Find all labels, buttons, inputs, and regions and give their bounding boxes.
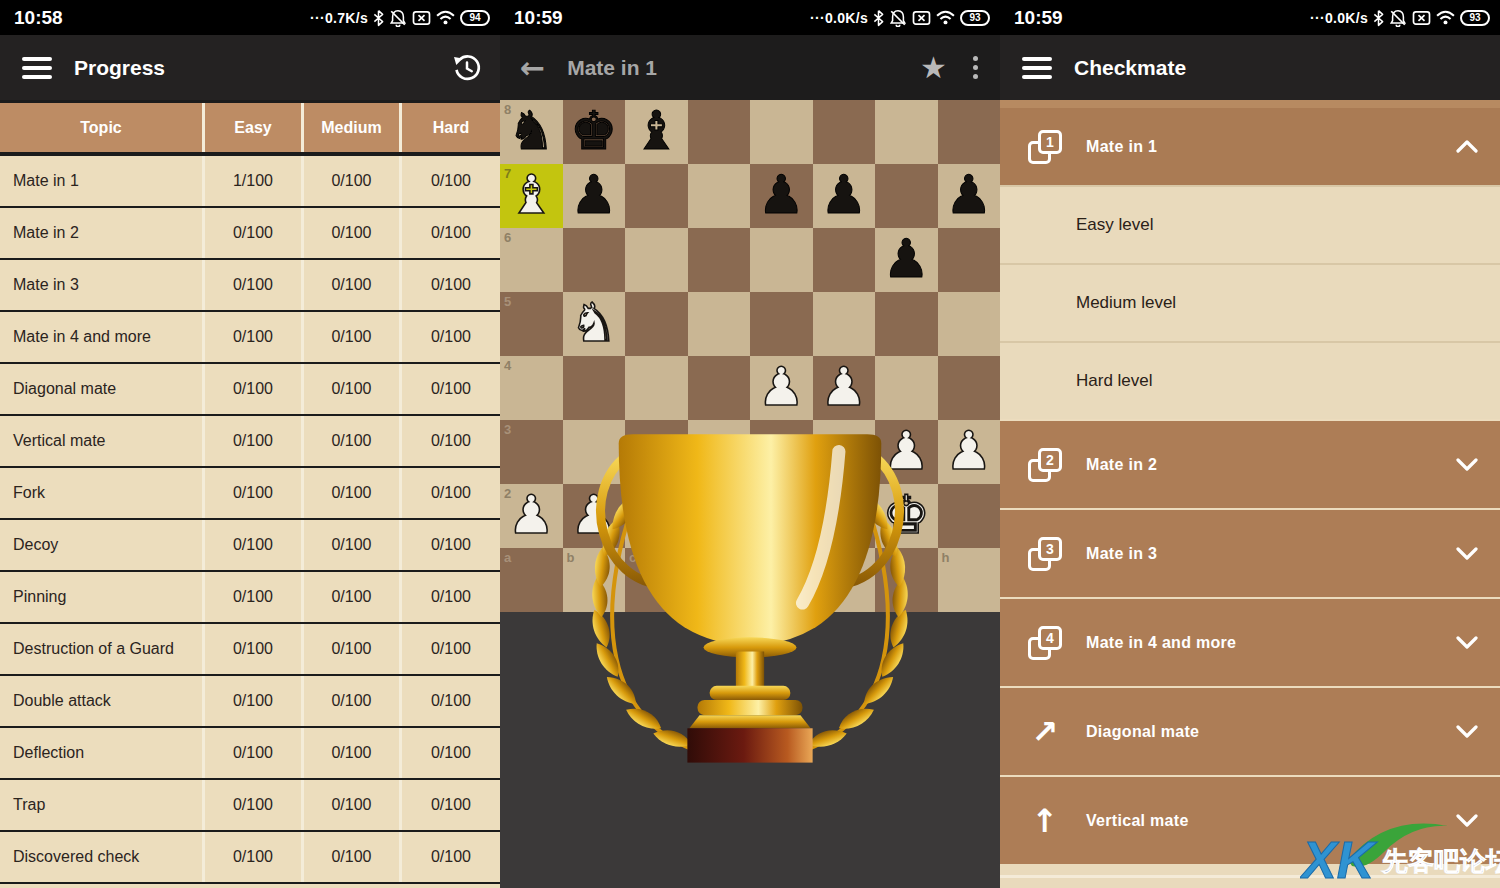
sim-missing-icon xyxy=(912,10,931,26)
square-e1[interactable]: e xyxy=(750,548,813,612)
chess-piece-b: ♝ xyxy=(625,100,688,164)
file-label: f xyxy=(817,550,821,565)
overflow-menu-icon[interactable] xyxy=(973,56,978,79)
rank-label: 5 xyxy=(504,294,511,309)
hard-cell: 0/100 xyxy=(402,416,500,466)
chess-piece-p: ♟ xyxy=(813,164,876,228)
hard-cell: 0/100 xyxy=(402,624,500,674)
square-f5[interactable] xyxy=(813,292,876,356)
easy-cell: 0/100 xyxy=(205,624,304,674)
chess-piece-P: ♟ xyxy=(750,356,813,420)
file-label: b xyxy=(567,550,575,565)
topic-cell: Destruction of a Guard xyxy=(0,624,205,674)
table-row[interactable]: Mate in 20/1000/1000/100 xyxy=(0,208,500,258)
pages-4-icon: 4 xyxy=(1028,626,1062,660)
medium-cell: 0/100 xyxy=(304,624,402,674)
net-speed-text: ···0.7K/s xyxy=(310,10,368,26)
easy-cell: 0/100 xyxy=(205,312,304,362)
square-g5[interactable] xyxy=(875,292,938,356)
square-d7[interactable] xyxy=(688,164,751,228)
menu-hamburger-icon[interactable] xyxy=(1022,57,1052,79)
medium-cell: 0/100 xyxy=(304,520,402,570)
topic-cell: Discovered check xyxy=(0,832,205,882)
topic-cell: Deflection xyxy=(0,728,205,778)
square-a6[interactable]: 6 xyxy=(500,228,563,292)
column-header: Medium xyxy=(304,103,402,152)
medium-cell: 0/100 xyxy=(304,468,402,518)
square-c2[interactable] xyxy=(625,484,688,548)
column-header: Hard xyxy=(402,103,500,152)
topic-cell: Diagonal mate xyxy=(0,364,205,414)
table-row-partial xyxy=(0,884,500,888)
easy-cell: 0/100 xyxy=(205,208,304,258)
battery-icon: 94 xyxy=(460,10,490,26)
chess-piece-P: ♟ xyxy=(875,420,938,484)
square-f4[interactable]: ♟ xyxy=(813,356,876,420)
menu-item-mate-in-3[interactable]: 3Mate in 3 xyxy=(1000,508,1500,597)
chevron-up-icon xyxy=(1456,140,1478,153)
column-header: Topic xyxy=(0,103,205,152)
status-bar: 10:59···0.0K/s 93 xyxy=(1000,0,1500,35)
wifi-icon xyxy=(1436,10,1455,25)
square-h3[interactable]: ♟ xyxy=(938,420,1001,484)
pages-1-icon: 1 xyxy=(1028,130,1062,164)
menu-item-mate-in-2[interactable]: 2Mate in 2 xyxy=(1000,419,1500,508)
arrow-up-right-icon: ↗ xyxy=(1028,715,1062,749)
medium-cell: 0/100 xyxy=(304,156,402,206)
chess-piece-p: ♟ xyxy=(750,164,813,228)
square-b3[interactable] xyxy=(563,420,626,484)
hard-cell: 0/100 xyxy=(402,364,500,414)
topic-cell: Vertical mate xyxy=(0,416,205,466)
square-b2[interactable]: ♟ xyxy=(563,484,626,548)
menu-bottom-strip xyxy=(1000,875,1500,888)
easy-cell: 0/100 xyxy=(205,832,304,882)
square-a7[interactable]: 7♝ xyxy=(500,164,563,228)
topic-cell: Decoy xyxy=(0,520,205,570)
chess-piece-p: ♟ xyxy=(938,164,1001,228)
square-g8[interactable] xyxy=(875,100,938,164)
square-d3[interactable] xyxy=(688,420,751,484)
square-c8[interactable]: ♝ xyxy=(625,100,688,164)
easy-cell: 0/100 xyxy=(205,572,304,622)
square-g1[interactable]: g xyxy=(875,548,938,612)
medium-cell: 0/100 xyxy=(304,416,402,466)
square-h6[interactable] xyxy=(938,228,1001,292)
panel-progress: 10:58···0.7K/s 94 Progress TopicEasyMedi… xyxy=(0,0,500,888)
table-row[interactable]: Vertical mate0/1000/1000/100 xyxy=(0,416,500,466)
hard-cell: 0/100 xyxy=(402,676,500,726)
battery-icon: 93 xyxy=(960,10,990,26)
appbar-progress: Progress xyxy=(0,35,500,100)
square-d8[interactable] xyxy=(688,100,751,164)
square-c1[interactable]: c xyxy=(625,548,688,612)
square-e3[interactable] xyxy=(750,420,813,484)
result-panel: Solved! Points: 3 BACK NEXT xyxy=(500,612,1000,888)
medium-cell: 0/100 xyxy=(304,572,402,622)
chess-piece-p: ♟ xyxy=(563,164,626,228)
hard-cell: 0/100 xyxy=(402,208,500,258)
table-row[interactable]: Mate in 30/1000/1000/100 xyxy=(0,260,500,310)
history-icon[interactable] xyxy=(452,53,482,83)
square-c4[interactable] xyxy=(625,356,688,420)
square-b4[interactable] xyxy=(563,356,626,420)
submenu-item-hard-level[interactable]: Hard level xyxy=(1000,341,1500,419)
table-row[interactable]: Mate in 4 and more0/1000/1000/100 xyxy=(0,312,500,362)
chess-piece-n: ♞ xyxy=(500,100,563,164)
square-e8[interactable] xyxy=(750,100,813,164)
clock-text: 10:59 xyxy=(514,7,563,29)
square-g2[interactable]: ♚ xyxy=(875,484,938,548)
chess-piece-P: ♟ xyxy=(500,484,563,548)
medium-cell: 0/100 xyxy=(304,832,402,882)
bluetooth-icon xyxy=(873,9,884,27)
table-row[interactable]: Deflection0/1000/1000/100 xyxy=(0,728,500,778)
hard-cell: 0/100 xyxy=(402,780,500,830)
square-a8[interactable]: 8♞ xyxy=(500,100,563,164)
chevron-down-icon xyxy=(1456,725,1478,738)
file-label: c xyxy=(629,550,636,565)
square-d2[interactable] xyxy=(688,484,751,548)
table-row[interactable]: Decoy0/1000/1000/100 xyxy=(0,520,500,570)
muted-bell-icon xyxy=(889,9,907,27)
back-arrow-icon[interactable]: ← xyxy=(520,50,545,85)
square-a5[interactable]: 5 xyxy=(500,292,563,356)
square-c6[interactable] xyxy=(625,228,688,292)
chess-piece-K: ♚ xyxy=(875,484,938,548)
appbar-puzzle: ← Mate in 1 ★ xyxy=(500,35,1000,100)
chess-piece-B: ♝ xyxy=(500,164,563,228)
table-row[interactable]: Destruction of a Guard0/1000/1000/100 xyxy=(0,624,500,674)
table-row[interactable]: Diagonal mate0/1000/1000/100 xyxy=(0,364,500,414)
muted-bell-icon xyxy=(389,9,407,27)
rank-label: 3 xyxy=(504,422,511,437)
square-c5[interactable] xyxy=(625,292,688,356)
easy-cell: 0/100 xyxy=(205,780,304,830)
arrow-up-icon: ↑ xyxy=(1028,804,1062,838)
column-header: Easy xyxy=(205,103,304,152)
clock-text: 10:59 xyxy=(1014,7,1063,29)
pages-2-icon: 2 xyxy=(1028,448,1062,482)
clock-text: 10:58 xyxy=(14,7,63,29)
hard-cell: 0/100 xyxy=(402,832,500,882)
easy-cell: 0/100 xyxy=(205,520,304,570)
table-row[interactable]: Mate in 11/1000/1000/100 xyxy=(0,156,500,206)
square-f1[interactable]: f xyxy=(813,548,876,612)
square-g7[interactable] xyxy=(875,164,938,228)
medium-cell: 0/100 xyxy=(304,208,402,258)
topic-cell: Trap xyxy=(0,780,205,830)
file-label: g xyxy=(879,550,887,565)
file-label: d xyxy=(692,550,700,565)
chevron-down-icon xyxy=(1456,458,1478,471)
panel-menu: 10:59···0.0K/s 93 Checkmate 1Mate in 1Ea… xyxy=(1000,0,1500,888)
appbar-menu: Checkmate xyxy=(1000,35,1500,100)
square-b6[interactable] xyxy=(563,228,626,292)
sim-missing-icon xyxy=(1412,10,1431,26)
medium-cell: 0/100 xyxy=(304,312,402,362)
topic-cell: Mate in 4 and more xyxy=(0,312,205,362)
medium-cell: 0/100 xyxy=(304,676,402,726)
table-row[interactable]: Discovered check0/1000/1000/100 xyxy=(0,832,500,882)
bluetooth-icon xyxy=(1373,9,1384,27)
square-a3[interactable]: 3 xyxy=(500,420,563,484)
app-title: Checkmate xyxy=(1074,56,1186,80)
square-e6[interactable] xyxy=(750,228,813,292)
square-a4[interactable]: 4 xyxy=(500,356,563,420)
hard-cell: 0/100 xyxy=(402,572,500,622)
easy-cell: 0/100 xyxy=(205,364,304,414)
table-header-row: TopicEasyMediumHard xyxy=(0,103,500,152)
square-e7[interactable]: ♟ xyxy=(750,164,813,228)
net-speed-text: ···0.0K/s xyxy=(810,10,868,26)
screen: 10:58···0.7K/s 94 Progress TopicEasyMedi… xyxy=(0,0,1500,888)
chess-piece-P: ♟ xyxy=(563,484,626,548)
hard-cell: 0/100 xyxy=(402,520,500,570)
page-title: Progress xyxy=(74,56,165,80)
file-label: h xyxy=(942,550,950,565)
square-f3[interactable] xyxy=(813,420,876,484)
square-d1[interactable]: d xyxy=(688,548,751,612)
square-d5[interactable] xyxy=(688,292,751,356)
square-f6[interactable] xyxy=(813,228,876,292)
chess-piece-N: ♞ xyxy=(563,292,626,356)
rank-label: 4 xyxy=(504,358,511,373)
square-a2[interactable]: 2♟ xyxy=(500,484,563,548)
rank-label: 6 xyxy=(504,230,511,245)
hard-cell: 0/100 xyxy=(402,728,500,778)
menu-item-diagonal-mate[interactable]: ↗Diagonal mate xyxy=(1000,686,1500,775)
menu-item-mate-in-1[interactable]: 1Mate in 1 xyxy=(1000,108,1500,185)
easy-cell: 0/100 xyxy=(205,728,304,778)
square-d6[interactable] xyxy=(688,228,751,292)
chevron-down-icon xyxy=(1456,636,1478,649)
submenu-item-easy-level[interactable]: Easy level xyxy=(1000,185,1500,263)
puzzle-title: Mate in 1 xyxy=(567,56,657,80)
square-h5[interactable] xyxy=(938,292,1001,356)
easy-cell: 0/100 xyxy=(205,416,304,466)
topic-cell: Pinning xyxy=(0,572,205,622)
chess-piece-p: ♟ xyxy=(875,228,938,292)
square-g6[interactable]: ♟ xyxy=(875,228,938,292)
square-d4[interactable] xyxy=(688,356,751,420)
menu-item-vertical-mate[interactable]: ↑Vertical mate xyxy=(1000,775,1500,864)
table-row[interactable]: Double attack0/1000/1000/100 xyxy=(0,676,500,726)
table-row[interactable]: Pinning0/1000/1000/100 xyxy=(0,572,500,622)
chess-piece-P: ♟ xyxy=(813,356,876,420)
square-b5[interactable]: ♞ xyxy=(563,292,626,356)
square-b1[interactable]: b xyxy=(563,548,626,612)
file-label: e xyxy=(754,550,761,565)
topic-cell: Fork xyxy=(0,468,205,518)
easy-cell: 0/100 xyxy=(205,676,304,726)
square-e2[interactable] xyxy=(750,484,813,548)
square-h1[interactable]: h xyxy=(938,548,1001,612)
square-f7[interactable]: ♟ xyxy=(813,164,876,228)
square-b8[interactable]: ♚ xyxy=(563,100,626,164)
square-f2[interactable] xyxy=(813,484,876,548)
status-bar: 10:58···0.7K/s 94 xyxy=(0,0,500,35)
medium-cell: 0/100 xyxy=(304,728,402,778)
battery-icon: 93 xyxy=(1460,10,1490,26)
table-row[interactable]: Fork0/1000/1000/100 xyxy=(0,468,500,518)
easy-cell: 0/100 xyxy=(205,468,304,518)
topic-cell: Mate in 3 xyxy=(0,260,205,310)
pages-3-icon: 3 xyxy=(1028,537,1062,571)
wifi-icon xyxy=(436,10,455,25)
net-speed-text: ···0.0K/s xyxy=(1310,10,1368,26)
square-e4[interactable]: ♟ xyxy=(750,356,813,420)
hard-cell: 0/100 xyxy=(402,156,500,206)
square-c7[interactable] xyxy=(625,164,688,228)
bluetooth-icon xyxy=(373,9,384,27)
favorite-star-icon[interactable]: ★ xyxy=(920,53,947,83)
submenu-item-medium-level[interactable]: Medium level xyxy=(1000,263,1500,341)
chess-board: 8♞♚♝7♝♟♟♟♟6♟5♞4♟♟3♟♟2♟♟♚abcdefgh xyxy=(500,100,1000,612)
chess-piece-k: ♚ xyxy=(563,100,626,164)
square-h8[interactable] xyxy=(938,100,1001,164)
topics-menu: 1Mate in 1Easy levelMedium levelHard lev… xyxy=(1000,108,1500,864)
square-a1[interactable]: a xyxy=(500,548,563,612)
progress-table: TopicEasyMediumHardMate in 11/1000/1000/… xyxy=(0,103,500,888)
table-row[interactable]: Trap0/1000/1000/100 xyxy=(0,780,500,830)
menu-hamburger-icon[interactable] xyxy=(22,57,52,79)
square-h7[interactable]: ♟ xyxy=(938,164,1001,228)
topic-cell: Double attack xyxy=(0,676,205,726)
square-e5[interactable] xyxy=(750,292,813,356)
square-h2[interactable] xyxy=(938,484,1001,548)
topic-cell: Mate in 1 xyxy=(0,156,205,206)
square-g3[interactable]: ♟ xyxy=(875,420,938,484)
chess-piece-P: ♟ xyxy=(938,420,1001,484)
sim-missing-icon xyxy=(412,10,431,26)
muted-bell-icon xyxy=(1389,9,1407,27)
square-c3[interactable] xyxy=(625,420,688,484)
chevron-down-icon xyxy=(1456,547,1478,560)
medium-cell: 0/100 xyxy=(304,260,402,310)
medium-cell: 0/100 xyxy=(304,364,402,414)
square-g4[interactable] xyxy=(875,356,938,420)
square-f8[interactable] xyxy=(813,100,876,164)
chevron-down-icon xyxy=(1456,814,1478,827)
square-b7[interactable]: ♟ xyxy=(563,164,626,228)
square-h4[interactable] xyxy=(938,356,1001,420)
topic-cell: Mate in 2 xyxy=(0,208,205,258)
menu-item-mate-in-4-and-more[interactable]: 4Mate in 4 and more xyxy=(1000,597,1500,686)
hard-cell: 0/100 xyxy=(402,260,500,310)
hard-cell: 0/100 xyxy=(402,312,500,362)
medium-cell: 0/100 xyxy=(304,780,402,830)
status-bar: 10:59···0.0K/s 93 xyxy=(500,0,1000,35)
file-label: a xyxy=(504,550,511,565)
wifi-icon xyxy=(936,10,955,25)
easy-cell: 0/100 xyxy=(205,260,304,310)
easy-cell: 1/100 xyxy=(205,156,304,206)
panel-puzzle: 10:59···0.0K/s 93 ← Mate in 1 ★ 8♞♚♝7♝♟♟… xyxy=(500,0,1000,888)
menu-top-strip xyxy=(1000,100,1500,108)
hard-cell: 0/100 xyxy=(402,468,500,518)
